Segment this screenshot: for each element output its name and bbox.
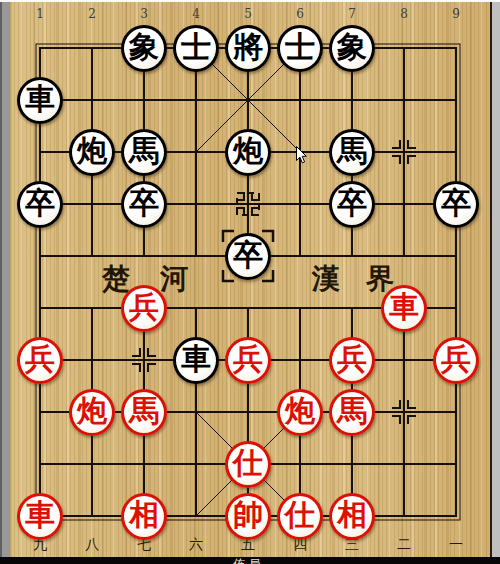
- piece-red[interactable]: 車: [381, 285, 427, 332]
- piece-black[interactable]: 士: [277, 25, 323, 72]
- piece-black[interactable]: 炮: [225, 129, 271, 176]
- piece-black[interactable]: 卒: [17, 181, 63, 228]
- file-label-top: 1: [29, 7, 51, 21]
- window-left-edge: [0, 2, 10, 557]
- piece-black[interactable]: 卒: [433, 181, 479, 228]
- piece-red[interactable]: 車: [17, 493, 63, 540]
- piece-red[interactable]: 相: [121, 493, 167, 540]
- app-window: { "game": "xiangqi", "app": { "caption_f…: [0, 0, 500, 564]
- piece-black[interactable]: 馬: [329, 129, 375, 176]
- piece-black[interactable]: 車: [17, 77, 63, 124]
- piece-black[interactable]: 車: [173, 337, 219, 384]
- piece-red[interactable]: 兵: [329, 337, 375, 384]
- piece-black[interactable]: 馬: [121, 129, 167, 176]
- pieces-layer: 象士將士象車炮馬炮馬卒卒卒卒卒車兵車兵兵兵兵炮馬炮馬仕車相帥仕相: [14, 22, 482, 542]
- xiangqi-board[interactable]: 123456789 九八七六五四三二一 楚河漢界 象士將士象車炮馬炮馬卒卒卒卒卒…: [10, 2, 492, 559]
- file-label-top: 7: [341, 7, 363, 21]
- file-label-top: 6: [289, 7, 311, 21]
- file-label-top: 9: [445, 7, 467, 21]
- piece-black[interactable]: 卒: [329, 181, 375, 228]
- piece-red[interactable]: 仕: [277, 493, 323, 540]
- piece-black[interactable]: 將: [225, 25, 271, 72]
- file-label-top: 3: [133, 7, 155, 21]
- file-label-top: 2: [81, 7, 103, 21]
- file-label-top: 8: [393, 7, 415, 21]
- piece-red[interactable]: 兵: [225, 337, 271, 384]
- piece-red[interactable]: 炮: [69, 389, 115, 436]
- piece-black[interactable]: 卒: [121, 181, 167, 228]
- piece-red[interactable]: 馬: [329, 389, 375, 436]
- status-strip: 佈局: [0, 557, 500, 564]
- piece-red[interactable]: 仕: [225, 441, 271, 488]
- status-caption: 佈局: [233, 558, 265, 564]
- file-label-top: 5: [237, 7, 259, 21]
- piece-red[interactable]: 炮: [277, 389, 323, 436]
- piece-red[interactable]: 兵: [121, 285, 167, 332]
- mouse-cursor-icon: [296, 146, 310, 167]
- piece-black[interactable]: 象: [329, 25, 375, 72]
- piece-red[interactable]: 兵: [17, 337, 63, 384]
- piece-black[interactable]: 象: [121, 25, 167, 72]
- piece-black[interactable]: 炮: [69, 129, 115, 176]
- piece-red[interactable]: 兵: [433, 337, 479, 384]
- piece-red[interactable]: 馬: [121, 389, 167, 436]
- piece-red[interactable]: 帥: [225, 493, 271, 540]
- piece-black[interactable]: 士: [173, 25, 219, 72]
- file-label-top: 4: [185, 7, 207, 21]
- piece-red[interactable]: 相: [329, 493, 375, 540]
- piece-black[interactable]: 卒: [225, 233, 271, 280]
